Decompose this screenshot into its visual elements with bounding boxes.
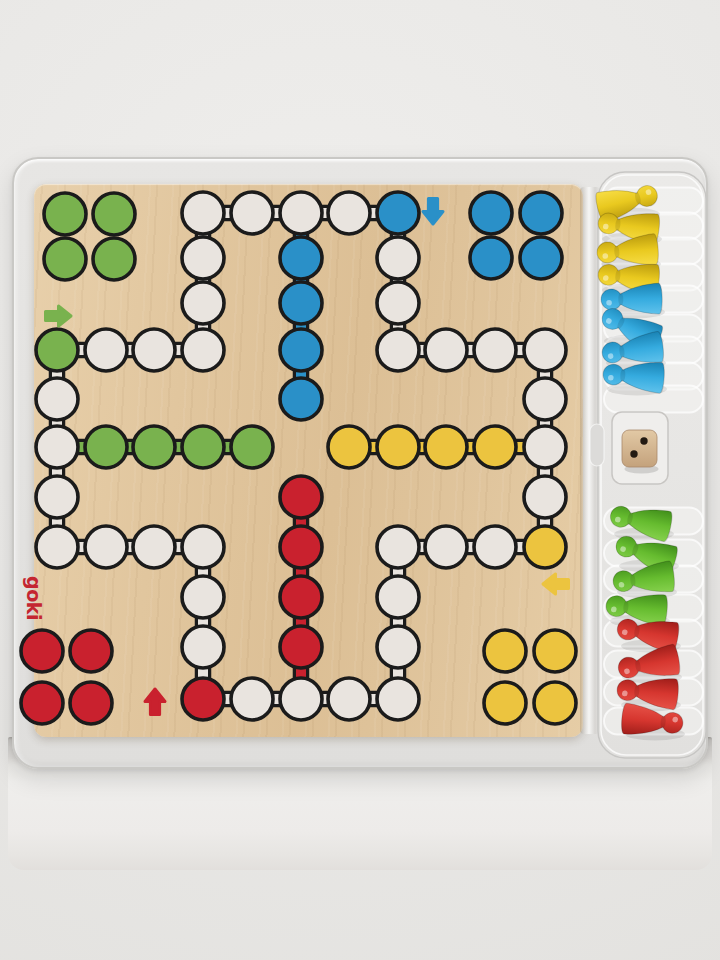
track-cell-39 xyxy=(36,426,78,468)
track-cell-12 xyxy=(377,237,419,279)
track-cell-2 xyxy=(85,329,127,371)
track-cell-32 xyxy=(182,626,224,668)
home-cell-blue-2 xyxy=(520,192,562,234)
track-cell-33 xyxy=(182,576,224,618)
track-cell-40 xyxy=(36,378,78,420)
start-cell-yellow xyxy=(524,526,566,568)
goal-cell-green-4 xyxy=(231,426,273,468)
goal-cell-blue-2 xyxy=(280,282,322,324)
goal-cell-blue-4 xyxy=(280,378,322,420)
track-cell-18 xyxy=(524,378,566,420)
track-cell-10 xyxy=(328,192,370,234)
track-cell-20 xyxy=(524,476,566,518)
home-cell-red-2 xyxy=(70,630,112,672)
home-cell-red-1 xyxy=(21,630,63,672)
track-cell-16 xyxy=(474,329,516,371)
track-cell-6 xyxy=(182,237,224,279)
home-cell-green-2 xyxy=(93,193,135,235)
track-cell-15 xyxy=(425,329,467,371)
home-cell-green-1 xyxy=(44,193,86,235)
track-cell-8 xyxy=(231,192,273,234)
track-cell-5 xyxy=(182,282,224,324)
start-arrow-yellow-left xyxy=(543,574,569,594)
home-cell-green-3 xyxy=(44,238,86,280)
start-arrow-green-right xyxy=(46,306,72,326)
track-cell-9 xyxy=(280,192,322,234)
home-cell-blue-1 xyxy=(470,192,512,234)
start-cell-blue xyxy=(377,192,419,234)
track-cell-13 xyxy=(377,282,419,324)
track-cell-38 xyxy=(36,476,78,518)
home-cell-green-4 xyxy=(93,238,135,280)
track-cell-23 xyxy=(425,526,467,568)
track-cell-14 xyxy=(377,329,419,371)
goal-cell-red-2 xyxy=(280,576,322,618)
goal-cell-red-1 xyxy=(280,626,322,668)
goal-cell-green-3 xyxy=(182,426,224,468)
goki-logo: goki xyxy=(24,575,44,621)
goal-cell-yellow-4 xyxy=(328,426,370,468)
photo-background: goki xyxy=(0,0,720,960)
goal-cell-blue-3 xyxy=(280,329,322,371)
track-cell-24 xyxy=(377,526,419,568)
goal-cell-green-2 xyxy=(133,426,175,468)
goal-cell-red-4 xyxy=(280,476,322,518)
track-cell-3 xyxy=(133,329,175,371)
start-cell-green xyxy=(36,329,78,371)
home-cell-red-3 xyxy=(21,682,63,724)
start-arrow-blue-down xyxy=(423,199,443,225)
home-cell-yellow-2 xyxy=(534,630,576,672)
track-cell-19 xyxy=(524,426,566,468)
home-cell-blue-4 xyxy=(520,237,562,279)
track-cell-28 xyxy=(328,678,370,720)
board-graphics xyxy=(21,192,576,724)
start-arrow-red-up xyxy=(145,689,165,715)
track-cell-4 xyxy=(182,329,224,371)
die-pip xyxy=(630,450,637,457)
track-cell-30 xyxy=(231,678,273,720)
track-cell-35 xyxy=(133,526,175,568)
track-cell-17 xyxy=(524,329,566,371)
tray-tab xyxy=(590,424,604,466)
track-cell-34 xyxy=(182,526,224,568)
goal-cell-green-1 xyxy=(85,426,127,468)
track-cell-25 xyxy=(377,576,419,618)
home-cell-blue-3 xyxy=(470,237,512,279)
goal-cell-red-3 xyxy=(280,526,322,568)
goal-cell-blue-1 xyxy=(280,237,322,279)
home-cell-red-4 xyxy=(70,682,112,724)
track-cell-22 xyxy=(474,526,516,568)
track-cell-7 xyxy=(182,192,224,234)
track-cell-26 xyxy=(377,626,419,668)
home-cell-yellow-3 xyxy=(484,682,526,724)
die-pip xyxy=(640,437,647,444)
goal-cell-yellow-2 xyxy=(425,426,467,468)
track-cell-37 xyxy=(36,526,78,568)
goal-cell-yellow-3 xyxy=(377,426,419,468)
track-cell-27 xyxy=(377,678,419,720)
track-cell-29 xyxy=(280,678,322,720)
die xyxy=(622,430,657,467)
home-cell-yellow-1 xyxy=(484,630,526,672)
track-cell-36 xyxy=(85,526,127,568)
start-cell-red xyxy=(182,678,224,720)
overlay-graphics xyxy=(0,0,720,960)
goal-cell-yellow-1 xyxy=(474,426,516,468)
home-cell-yellow-4 xyxy=(534,682,576,724)
